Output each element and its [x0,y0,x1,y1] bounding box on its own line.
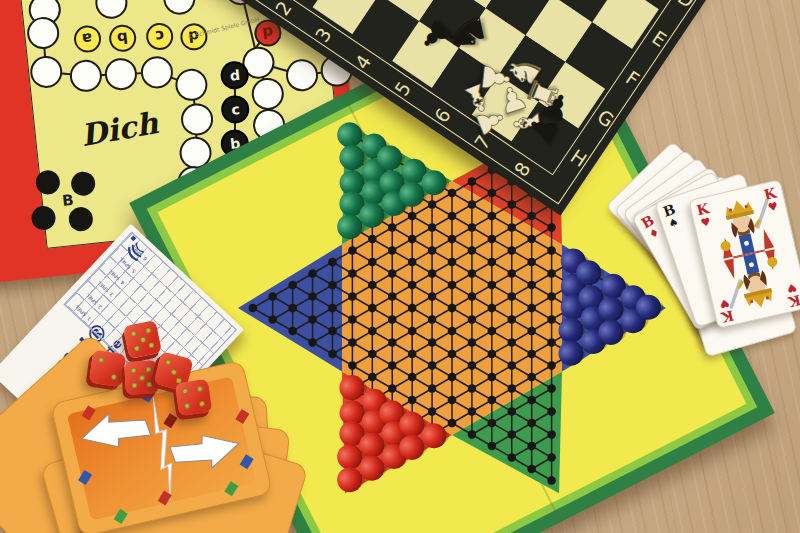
die-pip [169,367,176,374]
games-table-photo: abcdddcba Dich B © Schmidt Spiele GmbH 1… [0,0,800,533]
die-pip [144,326,151,333]
die-pip [138,335,145,342]
die-pip [164,358,171,365]
die-pip [145,366,151,372]
die-showing-2[interactable] [88,349,125,386]
die-pip [196,385,203,392]
die-pip [146,381,152,387]
die-pip [97,356,104,363]
dice-group [0,0,800,533]
die-pip [138,374,144,380]
die-pip [110,373,117,380]
die-pip [183,402,190,409]
die-showing-4[interactable] [174,378,211,415]
die-pip [181,387,188,394]
die-pip [129,330,136,337]
die-pip [147,341,154,348]
die-pip [131,382,137,388]
die-pip [198,400,205,407]
die-showing-5[interactable] [122,319,161,358]
die-pip [130,367,136,373]
die-pip [133,344,140,351]
die-showing-5[interactable] [124,360,159,395]
